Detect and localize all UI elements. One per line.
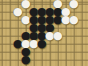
- intersection-c10-r0[interactable]: [78, 0, 86, 8]
- intersection-c9-r6[interactable]: [70, 48, 78, 56]
- intersection-c6-r7[interactable]: [46, 56, 54, 64]
- intersection-c1-r7[interactable]: [6, 56, 14, 64]
- intersection-c4-r7[interactable]: [30, 56, 38, 64]
- go-board-intersections: ●●●●●●●●●●●●●●●●●●●●●●●●●●●●●●: [0, 0, 86, 64]
- intersection-c10-r4[interactable]: [78, 32, 86, 40]
- intersection-c6-r6[interactable]: [46, 48, 54, 56]
- intersection-c3-r7[interactable]: ●: [22, 56, 30, 64]
- intersection-c8-r4[interactable]: [62, 32, 70, 40]
- intersection-c1-r6[interactable]: [6, 48, 14, 56]
- intersection-c7-r7[interactable]: [54, 56, 62, 64]
- intersection-c10-r7[interactable]: [78, 56, 86, 64]
- intersection-c7-r5[interactable]: [54, 40, 62, 48]
- intersection-c8-r7[interactable]: [62, 56, 70, 64]
- intersection-c9-r4[interactable]: [70, 32, 78, 40]
- intersection-c9-r7[interactable]: [70, 56, 78, 64]
- intersection-c9-r5[interactable]: [70, 40, 78, 48]
- intersection-c5-r7[interactable]: [38, 56, 46, 64]
- intersection-c1-r3[interactable]: [6, 24, 14, 32]
- intersection-c5-r6[interactable]: [38, 48, 46, 56]
- go-board[interactable]: ●●●●●●●●●●●●●●●●●●●●●●●●●●●●●●: [0, 0, 88, 66]
- intersection-c10-r2[interactable]: [78, 16, 86, 24]
- intersection-c7-r6[interactable]: [54, 48, 62, 56]
- intersection-c5-r5[interactable]: ●: [38, 40, 46, 48]
- intersection-c8-r6[interactable]: [62, 48, 70, 56]
- intersection-c8-r5[interactable]: [62, 40, 70, 48]
- intersection-c6-r5[interactable]: [46, 40, 54, 48]
- intersection-c9-r3[interactable]: [70, 24, 78, 32]
- intersection-c10-r5[interactable]: [78, 40, 86, 48]
- intersection-c10-r6[interactable]: [78, 48, 86, 56]
- intersection-c1-r2[interactable]: [6, 16, 14, 24]
- intersection-c9-r2[interactable]: ●: [70, 16, 78, 24]
- intersection-c10-r3[interactable]: [78, 24, 86, 32]
- intersection-c7-r4[interactable]: ●: [54, 32, 62, 40]
